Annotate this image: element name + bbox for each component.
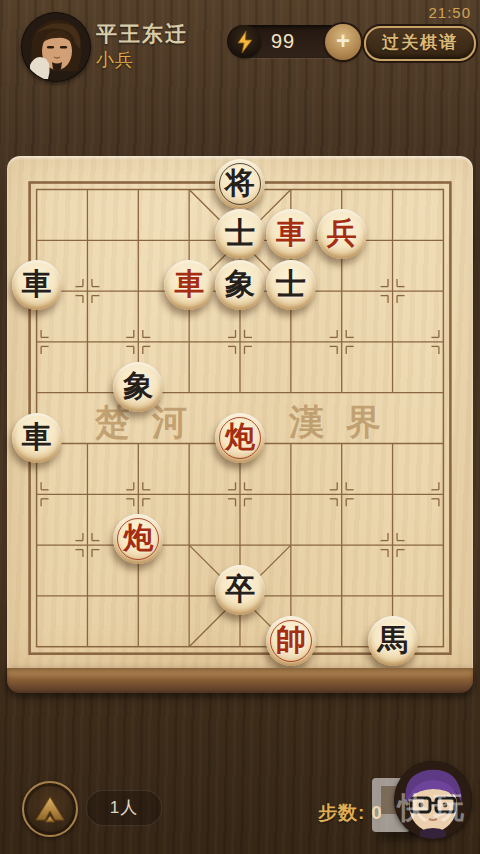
- piece-glyph: 車: [22, 269, 52, 299]
- piece-glyph: 帥: [276, 625, 306, 655]
- energy-count: 99: [271, 30, 295, 53]
- board-edge: [7, 668, 473, 693]
- piece-red-車[interactable]: 車: [164, 260, 214, 310]
- piece-black-士[interactable]: 士: [215, 209, 265, 259]
- piece-glyph: 炮: [225, 422, 255, 452]
- river-label-right: 漢界: [289, 399, 403, 446]
- header-title: 平王东迁: [96, 20, 188, 48]
- watermark-text: 快玩: [398, 788, 470, 829]
- piece-red-炮[interactable]: 炮: [215, 413, 265, 463]
- piece-glyph: 士: [276, 269, 306, 299]
- lightning-icon: [228, 25, 261, 58]
- piece-glyph: 卒: [225, 574, 255, 604]
- piece-red-兵[interactable]: 兵: [317, 209, 367, 259]
- players-count-pill: 1人: [86, 790, 162, 826]
- piece-black-車[interactable]: 車: [12, 260, 62, 310]
- piece-red-帥[interactable]: 帥: [266, 616, 316, 666]
- piece-glyph: 士: [225, 218, 255, 248]
- status-time: 21:50: [428, 4, 471, 21]
- app-background: 21:50 平王东迁 小兵 99 + 过关棋谱 楚河 漢界 将士車: [0, 0, 480, 854]
- expand-button[interactable]: [22, 781, 78, 837]
- xiangqi-board[interactable]: 楚河 漢界 将士車兵車車象士象車炮炮卒帥馬: [7, 156, 473, 668]
- piece-black-士[interactable]: 士: [266, 260, 316, 310]
- piece-glyph: 将: [225, 168, 255, 198]
- chevron-up-icon: [33, 794, 67, 824]
- puzzle-records-button[interactable]: 过关棋谱: [364, 26, 476, 61]
- piece-glyph: 馬: [378, 625, 408, 655]
- piece-glyph: 炮: [123, 523, 153, 553]
- piece-glyph: 象: [123, 371, 153, 401]
- piece-black-卒[interactable]: 卒: [215, 565, 265, 615]
- piece-glyph: 兵: [327, 218, 357, 248]
- player-avatar[interactable]: [21, 12, 91, 82]
- piece-glyph: 車: [276, 218, 306, 248]
- piece-black-馬[interactable]: 馬: [368, 616, 418, 666]
- steps-label: 步数:: [318, 802, 365, 823]
- player-avatar-image: [22, 13, 90, 81]
- piece-red-車[interactable]: 車: [266, 209, 316, 259]
- add-energy-button[interactable]: +: [325, 24, 361, 60]
- piece-black-象[interactable]: 象: [113, 362, 163, 412]
- piece-black-将[interactable]: 将: [215, 159, 265, 209]
- piece-glyph: 車: [174, 269, 204, 299]
- piece-glyph: 象: [225, 269, 255, 299]
- piece-glyph: 車: [22, 422, 52, 452]
- piece-black-車[interactable]: 車: [12, 413, 62, 463]
- piece-black-象[interactable]: 象: [215, 260, 265, 310]
- header-subtitle: 小兵: [96, 48, 134, 72]
